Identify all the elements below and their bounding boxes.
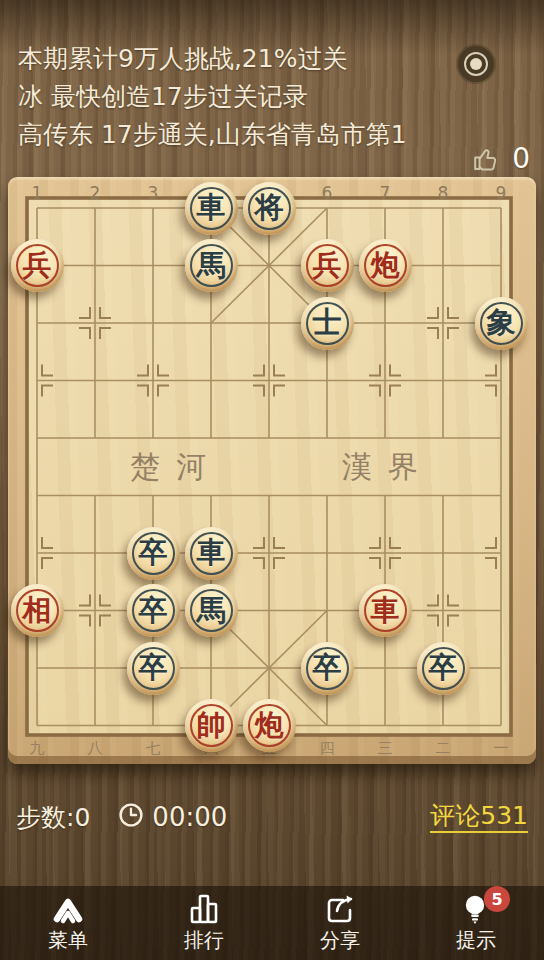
col-label-bottom: 八 bbox=[88, 739, 103, 758]
nav-ranking-button[interactable]: 排行 bbox=[136, 886, 272, 960]
app-screen: 本期累计9万人挑战,21%过关 冰 最快创造17步过关记录 高传东 17步通关,… bbox=[0, 0, 544, 960]
piece-glyph: 帥 bbox=[185, 699, 238, 752]
black-chariot[interactable]: 車 bbox=[185, 527, 238, 580]
piece-glyph: 馬 bbox=[185, 239, 238, 292]
piece-glyph: 卒 bbox=[127, 584, 180, 637]
timer: 00:00 bbox=[118, 802, 227, 832]
nav-menu-button[interactable]: 菜单 bbox=[0, 886, 136, 960]
col-label-bottom: 七 bbox=[146, 739, 161, 758]
red-cannon[interactable]: 炮 bbox=[243, 699, 296, 752]
col-label-top: 7 bbox=[380, 183, 391, 203]
col-label-bottom: 四 bbox=[320, 739, 335, 758]
black-elephant[interactable]: 象 bbox=[475, 297, 528, 350]
piece-glyph: 車 bbox=[359, 584, 412, 637]
col-label-bottom: 三 bbox=[378, 739, 393, 758]
col-label-top: 8 bbox=[438, 183, 449, 203]
like-count: 0 bbox=[512, 142, 530, 175]
piece-glyph: 卒 bbox=[127, 527, 180, 580]
status-bar: 步数:0 00:00 评论531 bbox=[0, 795, 544, 839]
red-elephant[interactable]: 相 bbox=[11, 584, 64, 637]
piece-glyph: 士 bbox=[301, 297, 354, 350]
nav-share-button[interactable]: 分享 bbox=[272, 886, 408, 960]
river-label-right: 漢界 bbox=[326, 447, 434, 488]
piece-glyph: 卒 bbox=[127, 642, 180, 695]
piece-glyph: 相 bbox=[11, 584, 64, 637]
challenge-info: 本期累计9万人挑战,21%过关 冰 最快创造17步过关记录 高传东 17步通关,… bbox=[18, 40, 438, 154]
black-soldier[interactable]: 卒 bbox=[417, 642, 470, 695]
thumbs-up-icon[interactable] bbox=[472, 145, 500, 173]
col-label-top: 6 bbox=[322, 183, 333, 203]
piece-glyph: 卒 bbox=[301, 642, 354, 695]
clock-icon bbox=[118, 802, 144, 832]
move-count-value: 0 bbox=[74, 803, 90, 832]
piece-glyph: 卒 bbox=[417, 642, 470, 695]
red-chariot[interactable]: 車 bbox=[359, 584, 412, 637]
piece-glyph: 車 bbox=[185, 182, 238, 235]
black-soldier[interactable]: 卒 bbox=[127, 584, 180, 637]
share-icon bbox=[322, 892, 358, 926]
nav-hint-button[interactable]: 5 提示 bbox=[408, 886, 544, 960]
challenge-stats-line: 本期累计9万人挑战,21%过关 bbox=[18, 40, 438, 78]
red-cannon[interactable]: 炮 bbox=[359, 239, 412, 292]
comments-link[interactable]: 评论531 bbox=[430, 801, 528, 833]
like-area: 0 bbox=[472, 142, 530, 175]
col-label-bottom: 一 bbox=[494, 739, 509, 758]
red-general[interactable]: 帥 bbox=[185, 699, 238, 752]
piece-glyph: 炮 bbox=[243, 699, 296, 752]
piece-glyph: 兵 bbox=[301, 239, 354, 292]
black-soldier[interactable]: 卒 bbox=[127, 527, 180, 580]
black-horse[interactable]: 馬 bbox=[185, 584, 238, 637]
piece-glyph: 兵 bbox=[11, 239, 64, 292]
red-soldier[interactable]: 兵 bbox=[301, 239, 354, 292]
timer-value: 00:00 bbox=[152, 802, 227, 832]
col-label-bottom: 九 bbox=[30, 739, 45, 758]
black-soldier[interactable]: 卒 bbox=[301, 642, 354, 695]
black-advisor[interactable]: 士 bbox=[301, 297, 354, 350]
record-toggle-button[interactable] bbox=[458, 46, 494, 82]
piece-glyph: 炮 bbox=[359, 239, 412, 292]
col-label-top: 2 bbox=[90, 183, 101, 203]
record-dot-icon bbox=[470, 58, 482, 70]
piece-glyph: 将 bbox=[243, 182, 296, 235]
river-label-left: 楚河 bbox=[114, 447, 222, 488]
black-horse[interactable]: 馬 bbox=[185, 239, 238, 292]
col-label-top: 3 bbox=[148, 183, 159, 203]
record-holder-line: 冰 最快创造17步过关记录 bbox=[18, 78, 438, 116]
col-label-top: 9 bbox=[496, 183, 507, 203]
hint-badge: 5 bbox=[484, 886, 510, 912]
piece-glyph: 車 bbox=[185, 527, 238, 580]
top-player-line: 高传东 17步通关,山东省青岛市第1 bbox=[18, 116, 438, 154]
piece-glyph: 馬 bbox=[185, 584, 238, 637]
ranking-icon bbox=[186, 892, 222, 926]
xiangqi-board: 楚河 漢界 123456789九八七六五四三二一車将兵馬兵炮士象卒車相卒馬車卒卒… bbox=[8, 177, 536, 764]
bottom-navbar: 菜单 排行 分享 bbox=[0, 886, 544, 960]
col-label-top: 1 bbox=[32, 183, 43, 203]
hint-icon: 5 bbox=[458, 892, 494, 926]
black-chariot[interactable]: 車 bbox=[185, 182, 238, 235]
move-counter: 步数:0 bbox=[16, 801, 90, 834]
red-soldier[interactable]: 兵 bbox=[11, 239, 64, 292]
col-label-bottom: 二 bbox=[436, 739, 451, 758]
black-soldier[interactable]: 卒 bbox=[127, 642, 180, 695]
menu-icon bbox=[50, 892, 86, 926]
black-general[interactable]: 将 bbox=[243, 182, 296, 235]
piece-glyph: 象 bbox=[475, 297, 528, 350]
